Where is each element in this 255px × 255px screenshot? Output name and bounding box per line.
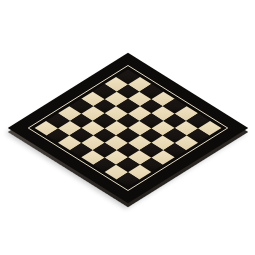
playing-field (34, 69, 221, 186)
page-background (0, 0, 255, 255)
chessboard (7, 53, 247, 204)
